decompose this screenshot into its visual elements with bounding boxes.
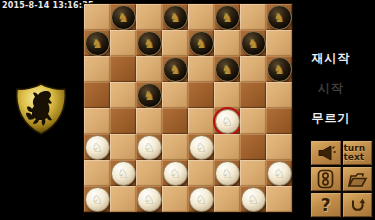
checker-black[interactable]: ♞ [267,5,292,30]
piece-ornament: ♞ [221,11,233,24]
checker-black[interactable]: ♞ [215,57,240,82]
board-square[interactable] [266,186,292,212]
checker-white[interactable]: ♘ [137,187,162,212]
piece-ornament: ♞ [143,89,155,102]
board-square[interactable] [214,82,240,108]
checker-white[interactable]: ♘ [137,135,162,160]
piece-ornament: ♞ [117,11,129,24]
piece-ornament: ♞ [169,63,181,76]
board-square[interactable] [240,134,266,160]
lion-crest-emblem [14,83,68,135]
piece-ornament: ♞ [195,37,207,50]
board-square[interactable] [214,186,240,212]
checker-white[interactable]: ♘ [241,187,266,212]
checker-black[interactable]: ♞ [241,31,266,56]
board-square[interactable] [162,30,188,56]
checker-white[interactable]: ♘ [163,161,188,186]
icon-button-pad: turn text ? [310,140,373,218]
board-square[interactable]: ♞ [136,82,162,108]
sound-button[interactable] [311,141,341,165]
device-button[interactable] [311,167,341,191]
board-square[interactable] [110,108,136,134]
board-square[interactable]: ♞ [84,30,110,56]
checker-white-selected[interactable]: ♘ [215,109,240,134]
piece-ornament: ♘ [143,193,155,206]
board-square[interactable] [162,108,188,134]
piece-ornament: ♘ [273,167,285,180]
speaker-icon [316,144,336,162]
board-square[interactable] [266,30,292,56]
checker-white[interactable]: ♘ [189,187,214,212]
checkers-board[interactable]: ♞♞♞♞♞♞♞♞♞♞♞♞♘♘♘♘♘♘♘♘♘♘♘♘ [84,4,292,212]
board-square[interactable] [110,56,136,82]
undo-button[interactable]: 무르기 [299,110,363,127]
board-square[interactable] [136,4,162,30]
turn-text-label: turn text [344,144,372,163]
question-mark-label: ? [321,195,331,215]
piece-ornament: ♘ [117,167,129,180]
board-square[interactable] [214,134,240,160]
board-square[interactable] [84,160,110,186]
board-square[interactable]: ♞ [214,4,240,30]
board-square[interactable] [188,56,214,82]
piece-ornament: ♘ [221,115,233,128]
board-square[interactable] [136,56,162,82]
board-square[interactable]: ♞ [214,56,240,82]
checker-white[interactable]: ♘ [85,187,110,212]
piece-ornament: ♘ [195,193,207,206]
device-icon [316,169,335,189]
piece-ornament: ♘ [221,167,233,180]
checker-white[interactable]: ♘ [215,161,240,186]
board-square[interactable] [162,186,188,212]
board-square[interactable] [136,160,162,186]
piece-ornament: ♘ [91,141,103,154]
board-square[interactable]: ♞ [162,56,188,82]
board-square[interactable] [84,4,110,30]
board-square[interactable] [240,160,266,186]
board-square[interactable] [188,82,214,108]
checker-black[interactable]: ♞ [267,57,292,82]
rotate-undo-icon [348,196,367,215]
start-button[interactable]: 시작 [299,80,363,97]
board-square[interactable]: ♞ [162,4,188,30]
board-square[interactable] [214,30,240,56]
board-square[interactable]: ♘ [266,160,292,186]
board-square[interactable] [188,108,214,134]
piece-ornament: ♞ [169,11,181,24]
board-square[interactable] [240,4,266,30]
board-square[interactable]: ♘ [84,134,110,160]
board-square[interactable] [110,186,136,212]
board-square[interactable] [162,82,188,108]
piece-ornament: ♘ [169,167,181,180]
piece-ornament: ♞ [143,37,155,50]
board-square[interactable] [84,82,110,108]
board-square[interactable]: ♘ [136,186,162,212]
app-window: 2015-8-14 13:16:35 ♞♞♞♞♞♞♞♞♞♞♞♞♘♘♘♘♘♘♘♘♘… [0,0,375,220]
turn-text-button[interactable]: turn text [343,141,373,165]
checker-black[interactable]: ♞ [111,5,136,30]
help-button[interactable]: ? [311,193,341,217]
rotate-button[interactable] [343,193,373,217]
board-square[interactable]: ♘ [188,134,214,160]
board-square[interactable] [240,56,266,82]
piece-ornament: ♘ [247,193,259,206]
board-square[interactable]: ♞ [110,4,136,30]
board-square[interactable] [266,82,292,108]
checker-black[interactable]: ♞ [163,5,188,30]
board-square[interactable]: ♘ [240,186,266,212]
board-square[interactable]: ♘ [110,160,136,186]
piece-ornament: ♞ [221,63,233,76]
board-square[interactable]: ♘ [162,160,188,186]
piece-ornament: ♘ [195,141,207,154]
board-square[interactable] [240,108,266,134]
restart-button[interactable]: 재시작 [299,50,363,67]
board-square[interactable] [188,160,214,186]
board-square[interactable]: ♘ [136,134,162,160]
board-square[interactable]: ♘ [188,186,214,212]
folder-button[interactable] [343,167,373,191]
side-menu: 재시작 시작 무르기 [299,50,363,127]
board-square[interactable] [110,134,136,160]
board-square[interactable]: ♞ [136,30,162,56]
board-square[interactable]: ♞ [240,30,266,56]
piece-ornament: ♘ [143,141,155,154]
board-square[interactable] [84,108,110,134]
checker-white[interactable]: ♘ [85,135,110,160]
piece-ornament: ♞ [273,63,285,76]
board-square[interactable] [266,108,292,134]
board-square[interactable] [240,82,266,108]
board-square[interactable] [162,134,188,160]
checker-white[interactable]: ♘ [189,135,214,160]
board-square[interactable] [266,134,292,160]
board-square[interactable]: ♞ [266,56,292,82]
board-square[interactable] [110,30,136,56]
piece-ornament: ♘ [91,193,103,206]
piece-ornament: ♞ [91,37,103,50]
board-square[interactable] [110,82,136,108]
board-square[interactable]: ♘ [84,186,110,212]
checker-black[interactable]: ♞ [137,83,162,108]
board-square[interactable] [188,4,214,30]
checker-black[interactable]: ♞ [137,31,162,56]
board-square[interactable]: ♞ [266,4,292,30]
board-square[interactable]: ♘ [214,108,240,134]
checker-black[interactable]: ♞ [85,31,110,56]
checker-black[interactable]: ♞ [215,5,240,30]
piece-ornament: ♞ [273,11,285,24]
board-square[interactable]: ♞ [188,30,214,56]
checker-black[interactable]: ♞ [163,57,188,82]
board-square[interactable] [136,108,162,134]
checker-white[interactable]: ♘ [267,161,292,186]
piece-ornament: ♞ [247,37,259,50]
checker-black[interactable]: ♞ [189,31,214,56]
timestamp: 2015-8-14 13:16:35 [2,1,94,10]
checker-white[interactable]: ♘ [111,161,136,186]
board-square[interactable]: ♘ [214,160,240,186]
folder-icon [346,170,368,189]
board-square[interactable] [84,56,110,82]
